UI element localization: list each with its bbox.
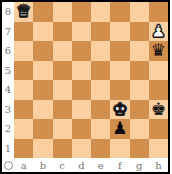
file-label-h: h bbox=[149, 158, 168, 172]
square-b6[interactable] bbox=[33, 41, 52, 61]
square-d6[interactable] bbox=[72, 41, 91, 61]
square-d4[interactable] bbox=[72, 80, 91, 100]
piece-white-pawn[interactable]: ♟ bbox=[151, 22, 166, 41]
square-f4[interactable] bbox=[110, 80, 129, 100]
square-e7[interactable] bbox=[91, 22, 110, 42]
square-d2[interactable] bbox=[72, 119, 91, 139]
square-e3[interactable] bbox=[91, 100, 110, 120]
square-e8[interactable] bbox=[91, 2, 110, 22]
square-g6[interactable] bbox=[130, 41, 149, 61]
piece-white-queen[interactable]: ♛ bbox=[16, 2, 31, 21]
square-b5[interactable] bbox=[33, 61, 52, 81]
piece-black-pawn[interactable]: ♟ bbox=[112, 119, 127, 138]
square-b2[interactable] bbox=[33, 119, 52, 139]
piece-white-king[interactable]: ♚ bbox=[112, 100, 127, 119]
square-a2[interactable] bbox=[14, 119, 33, 139]
rank-label-1: 1 bbox=[2, 139, 14, 159]
square-h8[interactable] bbox=[149, 2, 168, 22]
square-a3[interactable] bbox=[14, 100, 33, 120]
rank-label-3: 3 bbox=[2, 100, 14, 120]
square-g4[interactable] bbox=[130, 80, 149, 100]
rank-label-8: 8 bbox=[2, 2, 14, 22]
rank-label-4: 4 bbox=[2, 80, 14, 100]
square-a7[interactable] bbox=[14, 22, 33, 42]
chess-board-frame: 8♛7♟6♛543♚♚2♟1abcdefgh bbox=[0, 0, 170, 174]
square-e6[interactable] bbox=[91, 41, 110, 61]
square-f5[interactable] bbox=[110, 61, 129, 81]
square-b3[interactable] bbox=[33, 100, 52, 120]
square-a5[interactable] bbox=[14, 61, 33, 81]
square-a8[interactable]: ♛ bbox=[14, 2, 33, 22]
square-d5[interactable] bbox=[72, 61, 91, 81]
square-g2[interactable] bbox=[130, 119, 149, 139]
square-h7[interactable]: ♟ bbox=[149, 22, 168, 42]
file-label-g: g bbox=[130, 158, 149, 172]
square-f6[interactable] bbox=[110, 41, 129, 61]
square-d7[interactable] bbox=[72, 22, 91, 42]
square-h2[interactable] bbox=[149, 119, 168, 139]
square-h3[interactable]: ♚ bbox=[149, 100, 168, 120]
square-g3[interactable] bbox=[130, 100, 149, 120]
rank-label-5: 5 bbox=[2, 61, 14, 81]
square-a4[interactable] bbox=[14, 80, 33, 100]
square-b4[interactable] bbox=[33, 80, 52, 100]
piece-black-queen[interactable]: ♛ bbox=[151, 41, 166, 60]
square-h6[interactable]: ♛ bbox=[149, 41, 168, 61]
square-b7[interactable] bbox=[33, 22, 52, 42]
file-label-a: a bbox=[14, 158, 33, 172]
piece-black-king[interactable]: ♚ bbox=[151, 100, 166, 119]
square-f2[interactable]: ♟ bbox=[110, 119, 129, 139]
square-c2[interactable] bbox=[53, 119, 72, 139]
square-c1[interactable] bbox=[53, 139, 72, 159]
square-a6[interactable] bbox=[14, 41, 33, 61]
square-c7[interactable] bbox=[53, 22, 72, 42]
file-label-d: d bbox=[72, 158, 91, 172]
white-to-move-indicator-icon bbox=[4, 161, 13, 170]
square-f3[interactable]: ♚ bbox=[110, 100, 129, 120]
square-e1[interactable] bbox=[91, 139, 110, 159]
square-g5[interactable] bbox=[130, 61, 149, 81]
square-c5[interactable] bbox=[53, 61, 72, 81]
square-f1[interactable] bbox=[110, 139, 129, 159]
square-d3[interactable] bbox=[72, 100, 91, 120]
square-d1[interactable] bbox=[72, 139, 91, 159]
rank-label-7: 7 bbox=[2, 22, 14, 42]
square-g8[interactable] bbox=[130, 2, 149, 22]
file-label-f: f bbox=[110, 158, 129, 172]
square-h4[interactable] bbox=[149, 80, 168, 100]
file-label-c: c bbox=[53, 158, 72, 172]
square-e5[interactable] bbox=[91, 61, 110, 81]
file-label-b: b bbox=[33, 158, 52, 172]
square-f7[interactable] bbox=[110, 22, 129, 42]
square-h5[interactable] bbox=[149, 61, 168, 81]
square-c4[interactable] bbox=[53, 80, 72, 100]
square-b8[interactable] bbox=[33, 2, 52, 22]
square-e2[interactable] bbox=[91, 119, 110, 139]
square-f8[interactable] bbox=[110, 2, 129, 22]
file-label-e: e bbox=[91, 158, 110, 172]
square-e4[interactable] bbox=[91, 80, 110, 100]
square-g7[interactable] bbox=[130, 22, 149, 42]
square-g1[interactable] bbox=[130, 139, 149, 159]
rank-label-6: 6 bbox=[2, 41, 14, 61]
square-h1[interactable] bbox=[149, 139, 168, 159]
square-c8[interactable] bbox=[53, 2, 72, 22]
rank-label-2: 2 bbox=[2, 119, 14, 139]
square-a1[interactable] bbox=[14, 139, 33, 159]
square-c3[interactable] bbox=[53, 100, 72, 120]
turn-indicator-corner bbox=[2, 158, 14, 172]
square-b1[interactable] bbox=[33, 139, 52, 159]
square-c6[interactable] bbox=[53, 41, 72, 61]
square-d8[interactable] bbox=[72, 2, 91, 22]
